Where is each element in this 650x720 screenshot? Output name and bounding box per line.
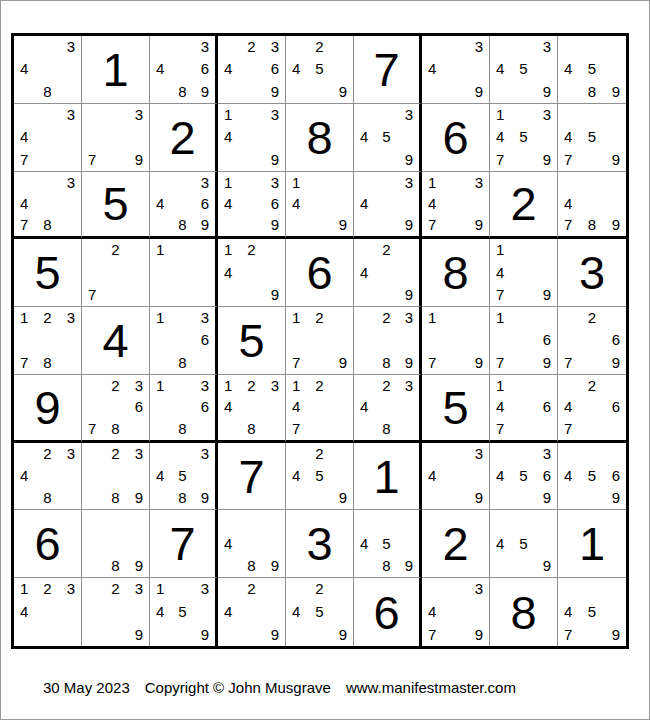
empty-mark-slot — [329, 39, 347, 59]
pencil-mark-7: 7 — [292, 350, 310, 370]
pencil-mark-3: 3 — [57, 581, 75, 601]
pencil-mark-8: 8 — [378, 350, 396, 370]
cell-r7c8[interactable]: 34569 — [490, 443, 558, 511]
empty-mark-slot — [88, 378, 106, 397]
cell-r4c9[interactable]: 3 — [558, 239, 626, 307]
empty-mark-slot — [601, 601, 620, 621]
pencil-mark-3: 3 — [57, 310, 75, 330]
empty-mark-slot — [310, 397, 328, 416]
cell-r4c8[interactable]: 1479 — [490, 239, 558, 307]
cell-r2c7[interactable]: 6 — [422, 104, 490, 172]
cell-r4c5[interactable]: 6 — [286, 239, 354, 307]
empty-mark-slot — [38, 175, 56, 194]
pencil-mark-9: 9 — [261, 147, 279, 167]
cell-r2c5[interactable]: 8 — [286, 104, 354, 172]
cell-r3c2[interactable]: 5 — [82, 172, 150, 240]
empty-mark-slot — [57, 147, 75, 167]
empty-mark-slot — [224, 79, 242, 99]
cell-r8c2[interactable]: 89 — [82, 510, 150, 578]
cell-r5c2[interactable]: 4 — [82, 307, 150, 375]
cell-r7c5[interactable]: 2459 — [286, 443, 354, 511]
cell-r3c4[interactable]: 13469 — [218, 172, 286, 240]
empty-mark-slot — [514, 39, 532, 59]
empty-mark-slot — [224, 282, 242, 302]
empty-mark-slot — [174, 581, 192, 601]
empty-mark-slot — [446, 486, 464, 506]
empty-mark-slot — [564, 39, 583, 59]
empty-mark-slot — [395, 533, 413, 553]
empty-mark-slot — [38, 59, 56, 79]
pencil-marks: 3478 — [14, 172, 81, 237]
pencil-marks: 12348 — [218, 375, 285, 440]
cell-r1c1[interactable]: 348 — [14, 36, 82, 104]
pencil-mark-4: 4 — [156, 59, 174, 79]
cell-r5c3[interactable]: 1368 — [150, 307, 218, 375]
empty-mark-slot — [583, 581, 602, 601]
cell-r4c1[interactable]: 5 — [14, 239, 82, 307]
empty-mark-slot — [261, 581, 279, 601]
empty-mark-slot — [88, 107, 106, 127]
pencil-mark-3: 3 — [191, 581, 209, 601]
empty-mark-slot — [88, 601, 106, 621]
cell-r6c3[interactable]: 1368 — [150, 375, 218, 443]
cell-r7c6[interactable]: 1 — [354, 443, 422, 511]
cell-r6c6[interactable]: 2348 — [354, 375, 422, 443]
big-digit: 3 — [558, 239, 626, 306]
cell-r5c8[interactable]: 1679 — [490, 307, 558, 375]
empty-mark-slot — [564, 446, 583, 466]
pencil-mark-2: 2 — [242, 242, 260, 262]
empty-mark-slot — [533, 59, 551, 79]
pencil-marks: 347 — [14, 104, 81, 171]
pencil-mark-8: 8 — [106, 416, 124, 435]
pencil-mark-1: 1 — [20, 310, 38, 330]
pencil-mark-3: 3 — [395, 107, 413, 127]
cell-r1c3[interactable]: 34689 — [150, 36, 218, 104]
cell-r9c5[interactable]: 2459 — [286, 578, 354, 646]
big-digit: 2 — [490, 172, 557, 237]
empty-mark-slot — [125, 262, 143, 282]
empty-mark-slot — [57, 622, 75, 642]
cell-r6c7[interactable]: 5 — [422, 375, 490, 443]
sudoku-board: 3481346892346924597349345945893473792134… — [11, 33, 629, 649]
cell-r3c5[interactable]: 149 — [286, 172, 354, 240]
cell-r6c8[interactable]: 1467 — [490, 375, 558, 443]
empty-mark-slot — [88, 486, 106, 506]
cell-r1c9[interactable]: 4589 — [558, 36, 626, 104]
pencil-marks: 34589 — [150, 443, 215, 510]
cell-r4c3[interactable]: 1 — [150, 239, 218, 307]
empty-mark-slot — [378, 147, 396, 167]
empty-mark-slot — [224, 416, 242, 435]
empty-mark-slot — [329, 330, 347, 350]
pencil-marks: 134579 — [490, 104, 557, 171]
empty-mark-slot — [125, 127, 143, 147]
cell-r4c7[interactable]: 8 — [422, 239, 490, 307]
pencil-mark-6: 6 — [191, 397, 209, 416]
pencil-marks: 4589 — [354, 510, 419, 577]
cell-r5c1[interactable]: 12378 — [14, 307, 82, 375]
cell-r6c2[interactable]: 23678 — [82, 375, 150, 443]
pencil-mark-1: 1 — [496, 310, 514, 330]
pencil-mark-3: 3 — [465, 581, 483, 601]
cell-r1c4[interactable]: 23469 — [218, 36, 286, 104]
pencil-mark-9: 9 — [191, 213, 209, 232]
pencil-mark-3: 3 — [465, 446, 483, 466]
empty-mark-slot — [360, 147, 378, 167]
empty-mark-slot — [191, 466, 209, 486]
pencil-mark-3: 3 — [533, 446, 551, 466]
empty-mark-slot — [465, 194, 483, 213]
empty-mark-slot — [446, 213, 464, 232]
empty-mark-slot — [601, 581, 620, 601]
empty-mark-slot — [446, 310, 464, 330]
big-digit: 6 — [286, 239, 353, 306]
empty-mark-slot — [496, 446, 514, 466]
empty-mark-slot — [38, 147, 56, 167]
pencil-mark-2: 2 — [378, 310, 396, 330]
pencil-marks: 249 — [218, 578, 285, 646]
empty-mark-slot — [57, 601, 75, 621]
footer: 30 May 2023Copyright © John Musgravewww.… — [43, 679, 516, 697]
empty-mark-slot — [446, 622, 464, 642]
empty-mark-slot — [514, 242, 532, 262]
cell-r8c3[interactable]: 7 — [150, 510, 218, 578]
pencil-mark-8: 8 — [378, 416, 396, 435]
big-digit: 2 — [422, 510, 489, 577]
footer-copyright: Copyright © John Musgrave — [145, 679, 331, 696]
pencil-marks: 239 — [82, 578, 149, 646]
empty-mark-slot — [446, 39, 464, 59]
cell-r2c2[interactable]: 379 — [82, 104, 150, 172]
empty-mark-slot — [20, 330, 38, 350]
empty-mark-slot — [378, 194, 396, 213]
pencil-mark-2: 2 — [242, 39, 260, 59]
cell-r6c4[interactable]: 12348 — [218, 375, 286, 443]
empty-mark-slot — [601, 107, 620, 127]
cell-r9c9[interactable]: 4579 — [558, 578, 626, 646]
cell-r3c6[interactable]: 349 — [354, 172, 422, 240]
empty-mark-slot — [329, 310, 347, 330]
pencil-mark-8: 8 — [174, 213, 192, 232]
cell-r9c3[interactable]: 13459 — [150, 578, 218, 646]
cell-r8c9[interactable]: 1 — [558, 510, 626, 578]
empty-mark-slot — [20, 175, 38, 194]
cell-r6c1[interactable]: 9 — [14, 375, 82, 443]
pencil-mark-1: 1 — [156, 310, 174, 330]
cell-r1c8[interactable]: 3459 — [490, 36, 558, 104]
pencil-mark-9: 9 — [125, 486, 143, 506]
empty-mark-slot — [57, 79, 75, 99]
cell-r2c9[interactable]: 4579 — [558, 104, 626, 172]
empty-mark-slot — [446, 79, 464, 99]
pencil-mark-1: 1 — [292, 310, 310, 330]
pencil-mark-2: 2 — [38, 446, 56, 466]
pencil-mark-7: 7 — [564, 416, 583, 435]
empty-mark-slot — [583, 330, 602, 350]
pencil-mark-9: 9 — [125, 622, 143, 642]
cell-r2c3[interactable]: 2 — [150, 104, 218, 172]
pencil-mark-6: 6 — [125, 397, 143, 416]
empty-mark-slot — [292, 446, 310, 466]
empty-mark-slot — [174, 397, 192, 416]
empty-mark-slot — [20, 39, 38, 59]
cell-r1c5[interactable]: 2459 — [286, 36, 354, 104]
cell-r1c7[interactable]: 349 — [422, 36, 490, 104]
pencil-mark-7: 7 — [496, 282, 514, 302]
empty-mark-slot — [292, 486, 310, 506]
empty-mark-slot — [292, 39, 310, 59]
cell-r9c2[interactable]: 239 — [82, 578, 150, 646]
pencil-mark-9: 9 — [395, 282, 413, 302]
empty-mark-slot — [88, 533, 106, 553]
cell-r9c6[interactable]: 6 — [354, 578, 422, 646]
empty-mark-slot — [601, 310, 620, 330]
pencil-marks: 179 — [422, 307, 489, 374]
cell-r9c4[interactable]: 249 — [218, 578, 286, 646]
empty-mark-slot — [57, 486, 75, 506]
pencil-mark-2: 2 — [242, 378, 260, 397]
empty-mark-slot — [174, 39, 192, 59]
cell-r7c3[interactable]: 34589 — [150, 443, 218, 511]
cell-r8c7[interactable]: 2 — [422, 510, 490, 578]
cell-r7c7[interactable]: 349 — [422, 443, 490, 511]
pencil-mark-3: 3 — [125, 378, 143, 397]
pencil-mark-6: 6 — [533, 397, 551, 416]
empty-mark-slot — [174, 446, 192, 466]
pencil-mark-9: 9 — [601, 213, 620, 232]
cell-r5c6[interactable]: 2389 — [354, 307, 422, 375]
pencil-marks: 459 — [490, 510, 557, 577]
pencil-mark-5: 5 — [378, 533, 396, 553]
empty-mark-slot — [88, 262, 106, 282]
pencil-mark-8: 8 — [174, 79, 192, 99]
pencil-mark-8: 8 — [174, 416, 192, 435]
empty-mark-slot — [191, 416, 209, 435]
pencil-mark-9: 9 — [533, 147, 551, 167]
empty-mark-slot — [533, 416, 551, 435]
pencil-mark-4: 4 — [224, 194, 242, 213]
cell-r4c4[interactable]: 1249 — [218, 239, 286, 307]
empty-mark-slot — [360, 330, 378, 350]
empty-mark-slot — [583, 622, 602, 642]
empty-mark-slot — [106, 533, 124, 553]
pencil-mark-3: 3 — [191, 310, 209, 330]
pencil-mark-4: 4 — [360, 127, 378, 147]
pencil-mark-7: 7 — [88, 282, 106, 302]
cell-r8c4[interactable]: 489 — [218, 510, 286, 578]
empty-mark-slot — [106, 282, 124, 302]
empty-mark-slot — [191, 242, 209, 262]
pencil-mark-4: 4 — [156, 466, 174, 486]
pencil-marks: 4579 — [558, 578, 626, 646]
empty-mark-slot — [360, 310, 378, 330]
empty-mark-slot — [564, 486, 583, 506]
cell-r2c6[interactable]: 3459 — [354, 104, 422, 172]
pencil-mark-7: 7 — [496, 147, 514, 167]
cell-r9c1[interactable]: 1234 — [14, 578, 82, 646]
cell-r2c8[interactable]: 134579 — [490, 104, 558, 172]
empty-mark-slot — [564, 79, 583, 99]
pencil-mark-4: 4 — [20, 601, 38, 621]
empty-mark-slot — [242, 194, 260, 213]
cell-r1c2[interactable]: 1 — [82, 36, 150, 104]
empty-mark-slot — [360, 282, 378, 302]
empty-mark-slot — [242, 127, 260, 147]
pencil-marks: 27 — [82, 239, 149, 306]
cell-r8c6[interactable]: 4589 — [354, 510, 422, 578]
cell-r3c8[interactable]: 2 — [490, 172, 558, 240]
pencil-mark-4: 4 — [224, 262, 242, 282]
empty-mark-slot — [601, 446, 620, 466]
empty-mark-slot — [224, 147, 242, 167]
cell-r6c9[interactable]: 2467 — [558, 375, 626, 443]
empty-mark-slot — [465, 310, 483, 330]
empty-mark-slot — [378, 282, 396, 302]
cell-r8c5[interactable]: 3 — [286, 510, 354, 578]
pencil-mark-6: 6 — [533, 466, 551, 486]
cell-r9c8[interactable]: 8 — [490, 578, 558, 646]
pencil-mark-4: 4 — [20, 127, 38, 147]
cell-r1c6[interactable]: 7 — [354, 36, 422, 104]
empty-mark-slot — [38, 194, 56, 213]
empty-mark-slot — [564, 175, 583, 194]
empty-mark-slot — [496, 553, 514, 573]
empty-mark-slot — [242, 601, 260, 621]
footer-url[interactable]: www.manifestmaster.com — [346, 679, 516, 696]
pencil-marks: 1349 — [218, 104, 285, 171]
empty-mark-slot — [446, 59, 464, 79]
empty-mark-slot — [242, 175, 260, 194]
cell-r2c1[interactable]: 347 — [14, 104, 82, 172]
pencil-mark-3: 3 — [465, 39, 483, 59]
pencil-mark-8: 8 — [38, 79, 56, 99]
empty-mark-slot — [514, 350, 532, 370]
empty-mark-slot — [583, 175, 602, 194]
cell-r3c9[interactable]: 4789 — [558, 172, 626, 240]
pencil-mark-4: 4 — [496, 533, 514, 553]
pencil-mark-3: 3 — [57, 446, 75, 466]
pencil-mark-9: 9 — [465, 350, 483, 370]
empty-mark-slot — [395, 262, 413, 282]
pencil-mark-2: 2 — [378, 378, 396, 397]
pencil-mark-7: 7 — [564, 147, 583, 167]
empty-mark-slot — [514, 486, 532, 506]
cell-r8c1[interactable]: 6 — [14, 510, 82, 578]
pencil-mark-9: 9 — [533, 350, 551, 370]
page: 3481346892346924597349345945893473792134… — [0, 0, 650, 720]
empty-mark-slot — [428, 79, 446, 99]
cell-r3c7[interactable]: 13479 — [422, 172, 490, 240]
pencil-mark-9: 9 — [261, 213, 279, 232]
pencil-mark-9: 9 — [601, 147, 620, 167]
pencil-mark-2: 2 — [38, 310, 56, 330]
empty-mark-slot — [601, 39, 620, 59]
empty-mark-slot — [446, 194, 464, 213]
empty-mark-slot — [583, 486, 602, 506]
pencil-mark-4: 4 — [224, 397, 242, 416]
cell-r5c7[interactable]: 179 — [422, 307, 490, 375]
pencil-marks: 23469 — [218, 36, 285, 103]
empty-mark-slot — [57, 194, 75, 213]
pencil-mark-1: 1 — [156, 581, 174, 601]
cell-r7c1[interactable]: 2348 — [14, 443, 82, 511]
pencil-mark-2: 2 — [310, 39, 328, 59]
pencil-marks: 3459 — [354, 104, 419, 171]
pencil-mark-3: 3 — [395, 378, 413, 397]
empty-mark-slot — [20, 446, 38, 466]
pencil-mark-4: 4 — [496, 59, 514, 79]
empty-mark-slot — [57, 466, 75, 486]
empty-mark-slot — [125, 242, 143, 262]
empty-mark-slot — [564, 581, 583, 601]
empty-mark-slot — [20, 79, 38, 99]
cell-r7c2[interactable]: 2389 — [82, 443, 150, 511]
cell-r5c4[interactable]: 5 — [218, 307, 286, 375]
cell-r7c9[interactable]: 4569 — [558, 443, 626, 511]
cell-r3c3[interactable]: 34689 — [150, 172, 218, 240]
empty-mark-slot — [514, 330, 532, 350]
big-digit: 1 — [82, 36, 149, 103]
empty-mark-slot — [156, 282, 174, 302]
empty-mark-slot — [583, 107, 602, 127]
empty-mark-slot — [156, 350, 174, 370]
empty-mark-slot — [496, 39, 514, 59]
empty-mark-slot — [465, 601, 483, 621]
empty-mark-slot — [514, 397, 532, 416]
pencil-mark-4: 4 — [156, 601, 174, 621]
pencil-mark-5: 5 — [310, 59, 328, 79]
pencil-mark-3: 3 — [261, 39, 279, 59]
pencil-marks: 1279 — [286, 307, 353, 374]
pencil-mark-6: 6 — [191, 330, 209, 350]
pencil-mark-9: 9 — [533, 282, 551, 302]
cell-r6c5[interactable]: 1247 — [286, 375, 354, 443]
pencil-marks: 348 — [14, 36, 81, 103]
cell-r4c2[interactable]: 27 — [82, 239, 150, 307]
pencil-mark-7: 7 — [20, 213, 38, 232]
pencil-marks: 34689 — [150, 172, 215, 237]
pencil-marks: 349 — [422, 36, 489, 103]
cell-r4c6[interactable]: 249 — [354, 239, 422, 307]
empty-mark-slot — [88, 513, 106, 533]
pencil-mark-7: 7 — [20, 350, 38, 370]
empty-mark-slot — [292, 581, 310, 601]
cell-r8c8[interactable]: 459 — [490, 510, 558, 578]
pencil-marks: 489 — [218, 510, 285, 577]
cell-r5c5[interactable]: 1279 — [286, 307, 354, 375]
cell-r9c7[interactable]: 3479 — [422, 578, 490, 646]
pencil-mark-4: 4 — [496, 466, 514, 486]
empty-mark-slot — [360, 513, 378, 533]
pencil-mark-4: 4 — [428, 601, 446, 621]
empty-mark-slot — [88, 397, 106, 416]
cell-r7c4[interactable]: 7 — [218, 443, 286, 511]
pencil-marks: 1247 — [286, 375, 353, 440]
pencil-marks: 249 — [354, 239, 419, 306]
empty-mark-slot — [261, 127, 279, 147]
empty-mark-slot — [329, 397, 347, 416]
cell-r3c1[interactable]: 3478 — [14, 172, 82, 240]
pencil-marks: 34689 — [150, 36, 215, 103]
empty-mark-slot — [224, 622, 242, 642]
empty-mark-slot — [514, 446, 532, 466]
cell-r5c9[interactable]: 2679 — [558, 307, 626, 375]
empty-mark-slot — [446, 330, 464, 350]
empty-mark-slot — [428, 581, 446, 601]
empty-mark-slot — [156, 330, 174, 350]
cell-r2c4[interactable]: 1349 — [218, 104, 286, 172]
